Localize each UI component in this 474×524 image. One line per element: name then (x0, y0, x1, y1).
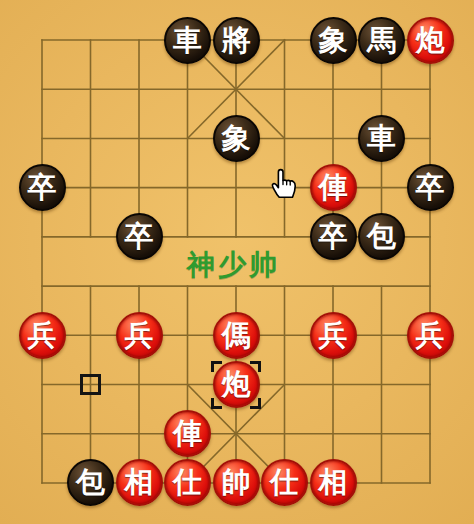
piece-black-soldier[interactable]: 卒 (19, 164, 66, 211)
piece-red-chariot[interactable]: 俥 (164, 410, 211, 457)
black-chariot-glyph: 車 (173, 26, 202, 55)
piece-black-soldier[interactable]: 卒 (310, 213, 357, 260)
red-advisor-glyph: 仕 (270, 468, 299, 497)
piece-black-horse[interactable]: 馬 (358, 17, 405, 64)
piece-red-horse[interactable]: 傌 (213, 312, 260, 359)
piece-red-elephant[interactable]: 相 (116, 459, 163, 506)
red-advisor-glyph: 仕 (173, 468, 202, 497)
board[interactable]: 車將象馬炮象車卒俥卒卒卒包兵兵傌兵兵炮俥包相仕帥仕相 神少帅 (0, 0, 474, 524)
piece-black-elephant[interactable]: 象 (213, 115, 260, 162)
red-cannon-glyph: 炮 (222, 370, 251, 399)
red-elephant-glyph: 相 (319, 468, 348, 497)
black-soldier-glyph: 卒 (28, 173, 57, 202)
red-cannon-glyph: 炮 (416, 26, 445, 55)
black-soldier-glyph: 卒 (416, 173, 445, 202)
black-soldier-glyph: 卒 (125, 222, 154, 251)
black-cannon-glyph: 包 (76, 468, 105, 497)
piece-black-soldier[interactable]: 卒 (116, 213, 163, 260)
black-cannon-glyph: 包 (367, 222, 396, 251)
red-soldier-glyph: 兵 (416, 321, 445, 350)
red-soldier-glyph: 兵 (319, 321, 348, 350)
red-soldier-glyph: 兵 (28, 321, 57, 350)
last-move-origin-marker (80, 374, 101, 395)
piece-red-soldier[interactable]: 兵 (407, 312, 454, 359)
piece-black-general[interactable]: 將 (213, 17, 260, 64)
piece-black-soldier[interactable]: 卒 (407, 164, 454, 211)
black-elephant-glyph: 象 (222, 124, 251, 153)
piece-black-chariot[interactable]: 車 (164, 17, 211, 64)
piece-red-elephant[interactable]: 相 (310, 459, 357, 506)
piece-red-soldier[interactable]: 兵 (310, 312, 357, 359)
piece-red-chariot[interactable]: 俥 (310, 164, 357, 211)
watermark-text: 神少帅 (187, 246, 280, 284)
red-general-glyph: 帥 (222, 468, 251, 497)
red-chariot-glyph: 俥 (319, 173, 348, 202)
red-horse-glyph: 傌 (222, 321, 251, 350)
black-soldier-glyph: 卒 (319, 222, 348, 251)
piece-red-general[interactable]: 帥 (213, 459, 260, 506)
piece-red-soldier[interactable]: 兵 (19, 312, 66, 359)
red-soldier-glyph: 兵 (125, 321, 154, 350)
red-chariot-glyph: 俥 (173, 419, 202, 448)
black-general-glyph: 將 (222, 26, 251, 55)
black-chariot-glyph: 車 (367, 124, 396, 153)
piece-black-chariot[interactable]: 車 (358, 115, 405, 162)
piece-red-soldier[interactable]: 兵 (116, 312, 163, 359)
black-horse-glyph: 馬 (367, 26, 396, 55)
red-elephant-glyph: 相 (125, 468, 154, 497)
piece-black-elephant[interactable]: 象 (310, 17, 357, 64)
piece-red-cannon[interactable]: 炮 (407, 17, 454, 64)
black-elephant-glyph: 象 (319, 26, 348, 55)
piece-red-cannon[interactable]: 炮 (213, 361, 260, 408)
